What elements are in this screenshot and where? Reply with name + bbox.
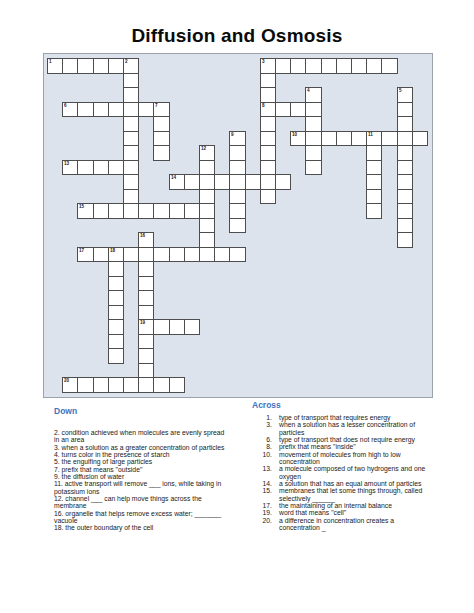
grid-cell[interactable] [169,203,185,219]
across-clue: 13.a molecule composed of two hydrogens … [252,465,470,480]
grid-cell[interactable]: 9 [229,131,245,147]
across-clue-number: 19. [252,509,272,516]
grid-cell[interactable] [381,58,397,74]
cell-number: 10 [292,132,297,137]
down-clue: 4. turns color in the presence of starch [54,451,226,458]
grid-cell[interactable] [229,174,245,190]
grid-cell[interactable] [305,102,321,118]
crossword-grid: 1238456791011121314151619171820 [43,53,433,398]
across-clue-text: when a solution has a lesser concentrati… [279,421,429,436]
cell-number: 15 [79,204,84,209]
down-clue: 11. active transport will remove ___ ion… [54,480,226,495]
grid-cell[interactable] [123,377,139,393]
grid-cell[interactable]: 20 [62,377,78,393]
grid-cell[interactable] [138,203,154,219]
across-clue-number: 20. [252,517,272,532]
grid-cell[interactable] [138,261,154,277]
across-clue: 10.movement of molecules from high to lo… [252,451,470,466]
grid-cell[interactable] [153,116,169,132]
grid-cell[interactable] [260,174,276,190]
grid-cell[interactable] [184,174,200,190]
grid-cell[interactable]: 10 [290,131,306,147]
grid-cell[interactable] [153,247,169,263]
down-header: Down [54,406,226,416]
grid-cell[interactable] [138,247,154,263]
grid-cell[interactable] [169,247,185,263]
grid-cell[interactable] [260,116,276,132]
grid-cell[interactable] [305,58,321,74]
grid-cell[interactable]: 7 [153,102,169,118]
grid-cell[interactable]: 18 [108,247,124,263]
grid-cell[interactable] [138,334,154,350]
cell-number: 3 [262,59,265,64]
grid-cell[interactable] [275,174,291,190]
grid-cell[interactable] [336,58,352,74]
grid-cell[interactable] [397,145,413,161]
cell-number: 19 [140,320,145,325]
cell-number: 17 [79,248,84,253]
cell-number: 2 [125,59,128,64]
grid-cell[interactable] [138,377,154,393]
grid-cell[interactable] [305,131,321,147]
across-clue: 14.a solution that has an equal amount o… [252,480,470,487]
grid-cell[interactable] [229,145,245,161]
grid-cell[interactable] [153,319,169,335]
down-clue: 3. when a solution as a greater concentr… [54,444,226,451]
across-clue-number: 17. [252,502,272,509]
grid-cell[interactable] [366,58,382,74]
cell-number: 7 [155,103,158,108]
grid-cell[interactable] [108,348,124,364]
grid-cell[interactable] [260,160,276,176]
grid-cell[interactable] [153,203,169,219]
cell-number: 14 [171,175,176,180]
grid-cell[interactable] [397,218,413,234]
grid-cell[interactable]: 13 [62,160,78,176]
down-clue: 12. channel ___ can help move things acr… [54,495,226,510]
grid-cell[interactable] [397,160,413,176]
grid-cell[interactable] [214,247,230,263]
grid-cell[interactable] [153,145,169,161]
grid-cell[interactable] [275,58,291,74]
grid-cell[interactable] [108,102,124,118]
grid-cell[interactable] [123,203,139,219]
grid-cell[interactable] [397,131,413,147]
grid-cell[interactable] [169,319,185,335]
grid-cell[interactable] [260,145,276,161]
across-clue-text: movement of molecules from high to low c… [279,451,429,466]
across-clue-text: word that means "cell" [279,509,429,516]
grid-cell[interactable]: 14 [169,174,185,190]
page-title: Diffusion and Osmosis [0,25,474,47]
grid-cell[interactable] [138,363,154,379]
grid-cell[interactable] [229,247,245,263]
across-clue: 6.type of transport that does not requir… [252,436,470,443]
across-clue-number: 8. [252,443,272,450]
grid-cell[interactable] [199,247,215,263]
grid-cell[interactable] [108,58,124,74]
down-clue: 9. the diffusion of water [54,473,226,480]
grid-cell[interactable] [77,102,93,118]
grid-cell[interactable] [366,160,382,176]
cell-number: 5 [399,88,402,93]
grid-cell[interactable] [123,73,139,89]
grid-cell[interactable] [351,58,367,74]
grid-cell[interactable] [123,160,139,176]
grid-cell[interactable] [184,203,200,219]
grid-cell[interactable] [138,305,154,321]
grid-cell[interactable]: 3 [260,58,276,74]
down-clue: 16. organelle that helps remove excess w… [54,510,226,525]
grid-cell[interactable] [366,145,382,161]
grid-cell[interactable] [138,290,154,306]
down-clue: 2. condition achieved when molecules are… [54,429,226,444]
down-clue: 18. the outer boundary of the cell [54,524,226,531]
grid-cell[interactable] [123,102,139,118]
grid-cell[interactable] [366,203,382,219]
grid-cell[interactable] [93,203,109,219]
down-clue: 5. the engulfing of large particles [54,458,226,465]
across-header: Across [252,400,470,410]
grid-cell[interactable] [397,232,413,248]
cell-number: 8 [262,103,265,108]
grid-cell[interactable] [108,334,124,350]
grid-cell[interactable] [397,102,413,118]
grid-cell[interactable] [229,203,245,219]
across-clues-section: Across 1.type of transport that requires… [252,400,470,532]
grid-cell[interactable] [199,189,215,205]
across-clue-text: the maintaining of an internal balance [279,502,429,509]
down-clues-section: Down 2. condition achieved when molecule… [54,406,226,532]
grid-cell[interactable] [108,203,124,219]
grid-cell[interactable] [184,247,200,263]
grid-cell[interactable] [123,131,139,147]
across-clue: 15.membranes that let some things throug… [252,487,470,502]
grid-cell[interactable] [93,160,109,176]
grid-cell[interactable] [123,189,139,205]
grid-cell[interactable] [153,131,169,147]
grid-cell[interactable] [123,247,139,263]
cell-number: 9 [231,132,234,137]
grid-cell[interactable] [169,377,185,393]
grid-cell[interactable] [77,58,93,74]
grid-cell[interactable] [412,131,428,147]
grid-cell[interactable] [108,290,124,306]
grid-cell[interactable] [290,58,306,74]
across-clue-text: prefix that means "inside" [279,443,429,450]
across-clue-text: membranes that let some things through, … [279,487,429,502]
grid-cell[interactable] [108,160,124,176]
cell-number: 18 [110,248,115,253]
grid-cell[interactable] [123,174,139,190]
across-clue-number: 13. [252,465,272,480]
grid-cell[interactable] [229,189,245,205]
across-clue-number: 14. [252,480,272,487]
cell-number: 6 [64,103,67,108]
grid-cell[interactable]: 2 [123,58,139,74]
grid-cell[interactable] [245,174,261,190]
grid-cell[interactable] [123,87,139,103]
grid-cell[interactable] [321,131,337,147]
cell-number: 11 [368,132,373,137]
grid-cell[interactable] [62,58,78,74]
across-clue: 17.the maintaining of an internal balanc… [252,502,470,509]
grid-cell[interactable]: 16 [138,232,154,248]
grid-cell[interactable] [153,377,169,393]
grid-cell[interactable] [108,276,124,292]
grid-cell[interactable] [366,189,382,205]
grid-cell[interactable] [199,218,215,234]
across-clue-number: 3. [252,421,272,436]
across-clue: 1.type of transport that requires energy [252,414,470,421]
across-clue-number: 15. [252,487,272,502]
cell-number: 16 [140,233,145,238]
cell-number: 20 [64,378,69,383]
across-clue-number: 6. [252,436,272,443]
grid-cell[interactable]: 19 [138,319,154,335]
grid-cell[interactable]: 12 [199,145,215,161]
cell-number: 4 [307,88,310,93]
grid-cell[interactable] [108,261,124,277]
grid-cell[interactable] [123,145,139,161]
grid-cell[interactable] [275,102,291,118]
grid-cell[interactable] [305,116,321,132]
worksheet-page: Diffusion and Osmosis 123845679101112131… [0,0,474,613]
down-clue: 7. prefix that means "outside" [54,466,226,473]
grid-cell[interactable]: 8 [260,102,276,118]
grid-cell[interactable] [336,131,352,147]
grid-cell[interactable] [184,319,200,335]
across-clue-text: type of transport that requires energy [279,414,429,421]
cell-number: 13 [64,161,69,166]
grid-cell[interactable] [397,203,413,219]
grid-cell[interactable] [138,102,154,118]
down-clues-list: 2. condition achieved when molecules are… [54,429,226,532]
grid-cell[interactable]: 17 [77,247,93,263]
grid-cell[interactable] [260,189,276,205]
grid-cell[interactable] [260,131,276,147]
grid-cell[interactable]: 4 [305,87,321,103]
across-clue-text: a solution that has an equal amount of p… [279,480,429,487]
across-clue-text: a difference in concentration creates a … [279,517,429,532]
grid-cell[interactable] [397,174,413,190]
grid-cell[interactable]: 15 [77,203,93,219]
grid-cell[interactable] [366,174,382,190]
grid-cell[interactable] [260,73,276,89]
grid-cell[interactable] [305,145,321,161]
across-clues-list: 1.type of transport that requires energy… [252,414,470,532]
grid-cell[interactable] [93,377,109,393]
grid-cell[interactable]: 1 [47,58,63,74]
grid-cell[interactable] [138,348,154,364]
grid-cell[interactable] [229,218,245,234]
across-clue: 20.a difference in concentration creates… [252,517,470,532]
grid-cell[interactable] [199,160,215,176]
grid-cell[interactable]: 6 [62,102,78,118]
grid-cell[interactable] [199,232,215,248]
grid-cell[interactable] [123,116,139,132]
across-clue: 3.when a solution has a lesser concentra… [252,421,470,436]
grid-cell[interactable] [260,87,276,103]
across-clue-text: a molecule composed of two hydrogens and… [279,465,429,480]
across-clue-number: 1. [252,414,272,421]
grid-cell[interactable] [77,160,93,176]
across-clue: 19.word that means "cell" [252,509,470,516]
grid-cell[interactable] [108,319,124,335]
grid-cell[interactable]: 5 [397,87,413,103]
grid-cell[interactable] [108,377,124,393]
cell-number: 12 [201,146,206,151]
grid-cell[interactable] [321,58,337,74]
grid-cell[interactable]: 11 [366,131,382,147]
across-clue: 8.prefix that means "inside" [252,443,470,450]
cell-number: 1 [49,59,52,64]
grid-cell[interactable] [381,131,397,147]
grid-cell[interactable] [397,189,413,205]
grid-cell[interactable] [199,174,215,190]
grid-cell[interactable] [214,174,230,190]
grid-cell[interactable] [305,160,321,176]
grid-cell[interactable] [138,276,154,292]
grid-cell[interactable] [229,160,245,176]
grid-cell[interactable] [93,58,109,74]
grid-cell[interactable] [93,102,109,118]
grid-cell[interactable] [93,247,109,263]
grid-cell[interactable] [77,377,93,393]
grid-cell[interactable] [397,116,413,132]
across-clue-text: type of transport that does not require … [279,436,429,443]
grid-cell[interactable] [290,102,306,118]
grid-cell[interactable] [199,203,215,219]
across-clue-number: 10. [252,451,272,466]
grid-cell[interactable] [351,131,367,147]
grid-cell[interactable] [108,305,124,321]
